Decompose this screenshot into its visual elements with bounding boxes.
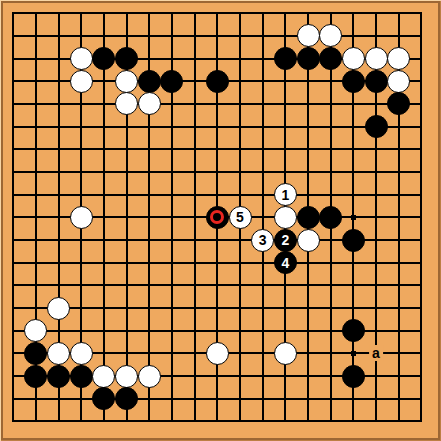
- black-stone: [274, 47, 297, 70]
- white-stone: [319, 24, 342, 47]
- move-number-label: 3: [259, 233, 267, 247]
- white-stone: [70, 70, 93, 93]
- white-stone: [274, 206, 297, 229]
- go-board[interactable]: 15324a: [0, 0, 441, 441]
- grid-line-vertical: [420, 12, 422, 422]
- white-stone: [47, 297, 70, 320]
- black-stone: [365, 70, 388, 93]
- white-stone: [206, 342, 229, 365]
- white-stone: [92, 365, 115, 388]
- white-stone: [387, 47, 410, 70]
- black-stone: [138, 70, 161, 93]
- black-stone: [115, 387, 138, 410]
- white-stone: [297, 24, 320, 47]
- grid-line-horizontal: [12, 307, 422, 309]
- white-stone: [70, 342, 93, 365]
- move-5-stone: 5: [229, 206, 252, 229]
- black-stone: [92, 387, 115, 410]
- point-label-a: a: [369, 345, 383, 361]
- white-stone: [47, 342, 70, 365]
- white-stone: [365, 47, 388, 70]
- star-point: [351, 215, 356, 220]
- black-stone: [160, 70, 183, 93]
- black-stone: [387, 92, 410, 115]
- black-stone: [47, 365, 70, 388]
- move-1-stone: 1: [274, 183, 297, 206]
- black-stone: [24, 365, 47, 388]
- white-stone: [115, 92, 138, 115]
- black-stone: [70, 365, 93, 388]
- grid-line-vertical: [262, 12, 264, 422]
- black-stone: [342, 70, 365, 93]
- black-stone: [319, 47, 342, 70]
- move-2-stone: 2: [274, 229, 297, 252]
- move-number-label: 5: [236, 210, 244, 224]
- move-4-stone: 4: [274, 251, 297, 274]
- move-number-label: 1: [281, 188, 289, 202]
- white-stone: [387, 70, 410, 93]
- black-stone: [365, 115, 388, 138]
- black-stone: [319, 206, 342, 229]
- move-3-stone: 3: [251, 229, 274, 252]
- white-stone: [297, 229, 320, 252]
- black-stone: [297, 206, 320, 229]
- black-stone: [342, 319, 365, 342]
- black-stone: [92, 47, 115, 70]
- white-stone: [70, 47, 93, 70]
- grid-line-horizontal: [12, 284, 422, 286]
- black-stone: [342, 365, 365, 388]
- black-stone: [206, 70, 229, 93]
- grid-line-horizontal: [12, 262, 422, 264]
- white-stone: [138, 365, 161, 388]
- black-stone: [297, 47, 320, 70]
- grid-line-horizontal: [12, 398, 422, 400]
- white-stone: [274, 342, 297, 365]
- black-stone: [24, 342, 47, 365]
- black-stone: [342, 229, 365, 252]
- move-number-label: 2: [281, 233, 289, 247]
- grid-line-horizontal: [12, 420, 422, 422]
- white-stone: [24, 319, 47, 342]
- move-number-label: 4: [281, 256, 289, 270]
- white-stone: [138, 92, 161, 115]
- white-stone: [115, 365, 138, 388]
- white-stone: [342, 47, 365, 70]
- black-stone: [115, 47, 138, 70]
- white-stone: [115, 70, 138, 93]
- board-grid: 15324a: [0, 0, 441, 441]
- star-point: [351, 351, 356, 356]
- white-stone: [70, 206, 93, 229]
